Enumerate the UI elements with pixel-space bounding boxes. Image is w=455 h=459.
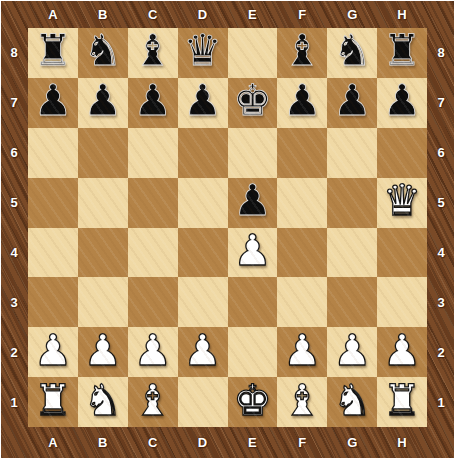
black-rook[interactable]: ♜ (383, 29, 422, 72)
white-bishop[interactable]: ♝ (283, 379, 322, 422)
black-pawn[interactable]: ♟ (84, 79, 123, 122)
rank-label-left-1: 1 (0, 377, 28, 427)
black-pawn[interactable]: ♟ (283, 79, 322, 122)
square-b7[interactable]: ♟ (78, 78, 128, 128)
black-knight[interactable]: ♞ (333, 29, 372, 72)
square-d2[interactable]: ♟ (178, 327, 228, 377)
square-c3[interactable] (128, 277, 178, 327)
rank-label-left-3: 3 (0, 277, 28, 327)
square-a5[interactable] (28, 178, 78, 228)
white-king[interactable]: ♚ (233, 379, 272, 422)
square-g1[interactable]: ♞ (327, 377, 377, 427)
square-a3[interactable] (28, 277, 78, 327)
file-label-bottom-f: F (277, 427, 327, 458)
rank-label-left-8: 8 (0, 28, 28, 78)
square-e4[interactable]: ♟ (228, 228, 278, 278)
file-label-top-g: G (327, 0, 377, 28)
square-c1[interactable]: ♝ (128, 377, 178, 427)
square-a7[interactable]: ♟ (28, 78, 78, 128)
square-d4[interactable] (178, 228, 228, 278)
square-c7[interactable]: ♟ (128, 78, 178, 128)
white-pawn[interactable]: ♟ (283, 329, 322, 372)
rank-label-left-7: 7 (0, 78, 28, 128)
black-king[interactable]: ♚ (233, 79, 272, 122)
white-pawn[interactable]: ♟ (233, 229, 272, 272)
square-a4[interactable] (28, 228, 78, 278)
file-label-top-a: A (28, 0, 78, 28)
white-rook[interactable]: ♜ (34, 379, 73, 422)
file-label-top-d: D (178, 0, 228, 28)
file-label-top-b: B (78, 0, 128, 28)
square-g6[interactable] (327, 128, 377, 178)
file-label-bottom-b: B (78, 427, 128, 458)
white-rook[interactable]: ♜ (383, 379, 422, 422)
page: ♜♞♝♛♝♞♜♟♟♟♟♚♟♟♟♟♛♟♟♟♟♟♟♟♟♜♞♝♚♝♞♜ AABBCCD… (0, 0, 455, 459)
square-c2[interactable]: ♟ (128, 327, 178, 377)
rank-label-right-2: 2 (427, 327, 455, 377)
square-b5[interactable] (78, 178, 128, 228)
square-b6[interactable] (78, 128, 128, 178)
white-pawn[interactable]: ♟ (183, 329, 222, 372)
square-f3[interactable] (277, 277, 327, 327)
square-g8[interactable]: ♞ (327, 28, 377, 78)
black-bishop[interactable]: ♝ (133, 29, 172, 72)
square-g2[interactable]: ♟ (327, 327, 377, 377)
square-h1[interactable]: ♜ (377, 377, 427, 427)
square-d5[interactable] (178, 178, 228, 228)
square-f1[interactable]: ♝ (277, 377, 327, 427)
square-e7[interactable]: ♚ (228, 78, 278, 128)
square-c5[interactable] (128, 178, 178, 228)
black-queen[interactable]: ♛ (183, 29, 222, 72)
black-pawn[interactable]: ♟ (233, 179, 272, 222)
square-f6[interactable] (277, 128, 327, 178)
white-bishop[interactable]: ♝ (133, 379, 172, 422)
white-pawn[interactable]: ♟ (383, 329, 422, 372)
square-e3[interactable] (228, 277, 278, 327)
white-knight[interactable]: ♞ (333, 379, 372, 422)
rank-label-left-6: 6 (0, 128, 28, 178)
white-knight[interactable]: ♞ (84, 379, 123, 422)
square-f4[interactable] (277, 228, 327, 278)
file-label-top-e: E (228, 0, 278, 28)
square-h5[interactable]: ♛ (377, 178, 427, 228)
square-h8[interactable]: ♜ (377, 28, 427, 78)
file-label-bottom-h: H (377, 427, 427, 458)
file-label-top-f: F (277, 0, 327, 28)
chess-board: ♜♞♝♛♝♞♜♟♟♟♟♚♟♟♟♟♛♟♟♟♟♟♟♟♟♜♞♝♚♝♞♜ (28, 28, 427, 427)
black-knight[interactable]: ♞ (84, 29, 123, 72)
black-bishop[interactable]: ♝ (283, 29, 322, 72)
white-pawn[interactable]: ♟ (84, 329, 123, 372)
square-b2[interactable]: ♟ (78, 327, 128, 377)
rank-label-right-6: 6 (427, 128, 455, 178)
square-f8[interactable]: ♝ (277, 28, 327, 78)
square-a6[interactable] (28, 128, 78, 178)
square-b3[interactable] (78, 277, 128, 327)
file-label-bottom-a: A (28, 427, 78, 458)
square-b1[interactable]: ♞ (78, 377, 128, 427)
white-pawn[interactable]: ♟ (34, 329, 73, 372)
black-pawn[interactable]: ♟ (183, 79, 222, 122)
rank-label-right-8: 8 (427, 28, 455, 78)
square-a8[interactable]: ♜ (28, 28, 78, 78)
square-g7[interactable]: ♟ (327, 78, 377, 128)
square-h3[interactable] (377, 277, 427, 327)
square-a1[interactable]: ♜ (28, 377, 78, 427)
white-pawn[interactable]: ♟ (133, 329, 172, 372)
rank-label-right-1: 1 (427, 377, 455, 427)
rank-label-left-2: 2 (0, 327, 28, 377)
square-d7[interactable]: ♟ (178, 78, 228, 128)
white-pawn[interactable]: ♟ (333, 329, 372, 372)
rank-label-right-4: 4 (427, 228, 455, 278)
black-pawn[interactable]: ♟ (383, 79, 422, 122)
square-d1[interactable] (178, 377, 228, 427)
square-g3[interactable] (327, 277, 377, 327)
file-label-top-c: C (128, 0, 178, 28)
square-h2[interactable]: ♟ (377, 327, 427, 377)
square-e5[interactable]: ♟ (228, 178, 278, 228)
black-pawn[interactable]: ♟ (34, 79, 73, 122)
square-b4[interactable] (78, 228, 128, 278)
white-queen[interactable]: ♛ (383, 179, 422, 222)
square-d6[interactable] (178, 128, 228, 178)
square-d3[interactable] (178, 277, 228, 327)
square-h6[interactable] (377, 128, 427, 178)
square-a2[interactable]: ♟ (28, 327, 78, 377)
file-label-bottom-d: D (178, 427, 228, 458)
square-c8[interactable]: ♝ (128, 28, 178, 78)
square-g4[interactable] (327, 228, 377, 278)
square-f5[interactable] (277, 178, 327, 228)
file-label-bottom-c: C (128, 427, 178, 458)
square-c4[interactable] (128, 228, 178, 278)
square-h7[interactable]: ♟ (377, 78, 427, 128)
rank-label-right-7: 7 (427, 78, 455, 128)
square-h4[interactable] (377, 228, 427, 278)
square-f7[interactable]: ♟ (277, 78, 327, 128)
file-label-bottom-g: G (327, 427, 377, 458)
square-e8[interactable] (228, 28, 278, 78)
square-e1[interactable]: ♚ (228, 377, 278, 427)
rank-label-left-5: 5 (0, 178, 28, 228)
square-g5[interactable] (327, 178, 377, 228)
rank-label-right-5: 5 (427, 178, 455, 228)
black-rook[interactable]: ♜ (34, 29, 73, 72)
rank-label-right-3: 3 (427, 277, 455, 327)
square-b8[interactable]: ♞ (78, 28, 128, 78)
black-pawn[interactable]: ♟ (333, 79, 372, 122)
file-label-top-h: H (377, 0, 427, 28)
square-f2[interactable]: ♟ (277, 327, 327, 377)
square-d8[interactable]: ♛ (178, 28, 228, 78)
square-c6[interactable] (128, 128, 178, 178)
rank-label-left-4: 4 (0, 228, 28, 278)
square-e2[interactable] (228, 327, 278, 377)
file-label-bottom-e: E (228, 427, 278, 458)
square-e6[interactable] (228, 128, 278, 178)
black-pawn[interactable]: ♟ (133, 79, 172, 122)
